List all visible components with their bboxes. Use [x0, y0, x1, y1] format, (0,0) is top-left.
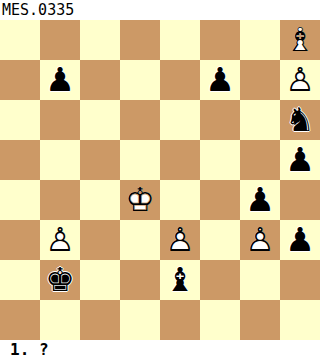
square-b6[interactable]: [40, 100, 80, 140]
square-h4[interactable]: [280, 180, 320, 220]
square-a5[interactable]: [0, 140, 40, 180]
square-d6[interactable]: [120, 100, 160, 140]
square-a6[interactable]: [0, 100, 40, 140]
square-d5[interactable]: [120, 140, 160, 180]
piece-outline-layer: ♗: [280, 20, 320, 60]
square-e2[interactable]: ♝: [160, 260, 200, 300]
square-f6[interactable]: [200, 100, 240, 140]
square-g7[interactable]: [240, 60, 280, 100]
black-bishop-piece[interactable]: ♝: [160, 260, 200, 300]
square-b1[interactable]: [40, 300, 80, 340]
square-c5[interactable]: [80, 140, 120, 180]
square-h3[interactable]: ♟: [280, 220, 320, 260]
square-c3[interactable]: [80, 220, 120, 260]
square-g3[interactable]: ♟♙: [240, 220, 280, 260]
white-pawn-piece[interactable]: ♟♙: [240, 220, 280, 260]
square-a4[interactable]: [0, 180, 40, 220]
square-f2[interactable]: [200, 260, 240, 300]
square-c8[interactable]: [80, 20, 120, 60]
piece-outline-layer: ♙: [280, 60, 320, 100]
white-pawn-piece[interactable]: ♟♙: [40, 220, 80, 260]
square-f8[interactable]: [200, 20, 240, 60]
black-pawn-piece[interactable]: ♟: [280, 220, 320, 260]
square-g1[interactable]: [240, 300, 280, 340]
piece-fill-layer: ♟: [280, 220, 320, 260]
square-f3[interactable]: [200, 220, 240, 260]
piece-fill-layer: ♟: [200, 60, 240, 100]
chess-board: ♝♗♟♟♟♙♞♟♚♔♟♟♙♟♙♟♙♟♚♝: [0, 20, 320, 340]
piece-fill-layer: ♟: [280, 140, 320, 180]
square-h7[interactable]: ♟♙: [280, 60, 320, 100]
square-a1[interactable]: [0, 300, 40, 340]
square-b3[interactable]: ♟♙: [40, 220, 80, 260]
square-e7[interactable]: [160, 60, 200, 100]
black-pawn-piece[interactable]: ♟: [200, 60, 240, 100]
square-d2[interactable]: [120, 260, 160, 300]
square-g8[interactable]: [240, 20, 280, 60]
piece-fill-layer: ♞: [280, 100, 320, 140]
move-prompt: 1. ?: [0, 340, 49, 360]
black-pawn-piece[interactable]: ♟: [240, 180, 280, 220]
square-b5[interactable]: [40, 140, 80, 180]
piece-outline-layer: ♙: [40, 220, 80, 260]
square-h2[interactable]: [280, 260, 320, 300]
square-f1[interactable]: [200, 300, 240, 340]
square-a3[interactable]: [0, 220, 40, 260]
square-g6[interactable]: [240, 100, 280, 140]
square-c6[interactable]: [80, 100, 120, 140]
square-g5[interactable]: [240, 140, 280, 180]
diagram-title: MES.0335: [0, 0, 74, 20]
piece-outline-layer: ♔: [120, 180, 160, 220]
black-king-piece[interactable]: ♚: [40, 260, 80, 300]
white-pawn-piece[interactable]: ♟♙: [280, 60, 320, 100]
square-e4[interactable]: [160, 180, 200, 220]
square-b2[interactable]: ♚: [40, 260, 80, 300]
square-b8[interactable]: [40, 20, 80, 60]
square-g2[interactable]: [240, 260, 280, 300]
square-e3[interactable]: ♟♙: [160, 220, 200, 260]
square-c2[interactable]: [80, 260, 120, 300]
piece-fill-layer: ♟: [240, 180, 280, 220]
piece-fill-layer: ♚: [40, 260, 80, 300]
white-king-piece[interactable]: ♚♔: [120, 180, 160, 220]
white-pawn-piece[interactable]: ♟♙: [160, 220, 200, 260]
piece-fill-layer: ♟: [40, 60, 80, 100]
square-h1[interactable]: [280, 300, 320, 340]
square-a7[interactable]: [0, 60, 40, 100]
square-b7[interactable]: ♟: [40, 60, 80, 100]
title-bar: MES.0335: [0, 0, 320, 20]
footer-bar: 1. ?: [0, 340, 320, 360]
square-e1[interactable]: [160, 300, 200, 340]
square-e6[interactable]: [160, 100, 200, 140]
square-d8[interactable]: [120, 20, 160, 60]
square-c4[interactable]: [80, 180, 120, 220]
piece-outline-layer: ♙: [160, 220, 200, 260]
black-knight-piece[interactable]: ♞: [280, 100, 320, 140]
square-h8[interactable]: ♝♗: [280, 20, 320, 60]
square-h6[interactable]: ♞: [280, 100, 320, 140]
square-b4[interactable]: [40, 180, 80, 220]
square-d7[interactable]: [120, 60, 160, 100]
white-bishop-piece[interactable]: ♝♗: [280, 20, 320, 60]
square-c7[interactable]: [80, 60, 120, 100]
square-c1[interactable]: [80, 300, 120, 340]
piece-outline-layer: ♙: [240, 220, 280, 260]
piece-fill-layer: ♝: [160, 260, 200, 300]
square-f7[interactable]: ♟: [200, 60, 240, 100]
square-g4[interactable]: ♟: [240, 180, 280, 220]
square-a2[interactable]: [0, 260, 40, 300]
square-e5[interactable]: [160, 140, 200, 180]
black-pawn-piece[interactable]: ♟: [40, 60, 80, 100]
black-pawn-piece[interactable]: ♟: [280, 140, 320, 180]
square-h5[interactable]: ♟: [280, 140, 320, 180]
square-a8[interactable]: [0, 20, 40, 60]
square-d1[interactable]: [120, 300, 160, 340]
square-d3[interactable]: [120, 220, 160, 260]
square-f4[interactable]: [200, 180, 240, 220]
square-f5[interactable]: [200, 140, 240, 180]
square-d4[interactable]: ♚♔: [120, 180, 160, 220]
square-e8[interactable]: [160, 20, 200, 60]
